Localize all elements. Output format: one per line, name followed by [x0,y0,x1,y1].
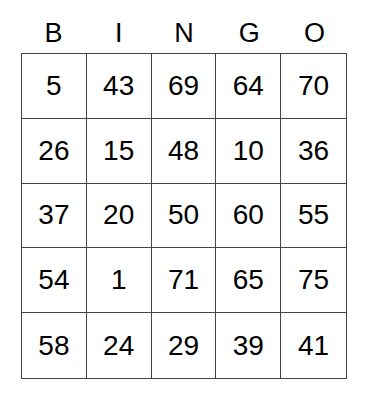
bingo-card: B I N G O 5 43 69 64 70 26 15 48 10 36 3… [21,0,347,379]
bingo-cell[interactable]: 43 [87,54,152,119]
column-header-i: I [86,0,151,53]
bingo-cell[interactable]: 71 [152,248,217,313]
bingo-cell[interactable]: 70 [281,54,346,119]
bingo-cell[interactable]: 60 [216,184,281,249]
bingo-cell[interactable]: 65 [216,248,281,313]
column-header-b: B [21,0,86,53]
bingo-cell[interactable]: 50 [152,184,217,249]
bingo-grid: 5 43 69 64 70 26 15 48 10 36 37 20 50 60… [21,53,347,379]
bingo-cell[interactable]: 54 [22,248,87,313]
bingo-cell[interactable]: 5 [22,54,87,119]
bingo-cell[interactable]: 64 [216,54,281,119]
bingo-cell[interactable]: 69 [152,54,217,119]
bingo-cell[interactable]: 1 [87,248,152,313]
bingo-cell[interactable]: 15 [87,119,152,184]
bingo-cell[interactable]: 75 [281,248,346,313]
bingo-cell[interactable]: 41 [281,313,346,378]
bingo-cell[interactable]: 37 [22,184,87,249]
bingo-cell[interactable]: 24 [87,313,152,378]
bingo-cell[interactable]: 58 [22,313,87,378]
bingo-cell[interactable]: 29 [152,313,217,378]
bingo-cell[interactable]: 55 [281,184,346,249]
column-header-g: G [217,0,282,53]
bingo-header-row: B I N G O [21,0,347,53]
bingo-cell[interactable]: 36 [281,119,346,184]
bingo-cell[interactable]: 26 [22,119,87,184]
bingo-cell[interactable]: 48 [152,119,217,184]
bingo-cell[interactable]: 20 [87,184,152,249]
bingo-cell[interactable]: 39 [216,313,281,378]
column-header-n: N [151,0,216,53]
bingo-cell[interactable]: 10 [216,119,281,184]
column-header-o: O [282,0,347,53]
